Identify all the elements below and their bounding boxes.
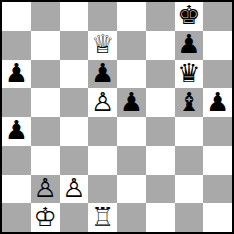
square-b2[interactable]: ♙ — [31, 175, 60, 204]
square-e4[interactable] — [117, 117, 146, 146]
square-h3[interactable] — [203, 146, 232, 175]
square-g8[interactable]: ♚ — [175, 2, 204, 31]
square-e8[interactable] — [117, 2, 146, 31]
square-c7[interactable] — [60, 31, 89, 60]
chess-diagram: ♚♕♟♟♟♛♙♟♝♟♟♙♙♔♖ — [0, 0, 234, 234]
square-b1[interactable]: ♔ — [31, 203, 60, 232]
white-pawn-b2: ♙ — [33, 175, 56, 201]
square-d1[interactable]: ♖ — [88, 203, 117, 232]
square-g3[interactable] — [175, 146, 204, 175]
square-c5[interactable] — [60, 88, 89, 117]
square-d3[interactable] — [88, 146, 117, 175]
square-d2[interactable] — [88, 175, 117, 204]
square-d7[interactable]: ♕ — [88, 31, 117, 60]
square-a3[interactable] — [2, 146, 31, 175]
black-queen-g6: ♛ — [177, 60, 200, 86]
square-c3[interactable] — [60, 146, 89, 175]
square-b7[interactable] — [31, 31, 60, 60]
square-h7[interactable] — [203, 31, 232, 60]
square-h8[interactable] — [203, 2, 232, 31]
square-g4[interactable] — [175, 117, 204, 146]
square-f6[interactable] — [146, 60, 175, 89]
square-g1[interactable] — [175, 203, 204, 232]
square-f8[interactable] — [146, 2, 175, 31]
black-pawn-h5: ♟ — [206, 89, 229, 115]
square-a1[interactable] — [2, 203, 31, 232]
square-f4[interactable] — [146, 117, 175, 146]
square-d4[interactable] — [88, 117, 117, 146]
square-a5[interactable] — [2, 88, 31, 117]
square-a2[interactable] — [2, 175, 31, 204]
white-pawn-c2: ♙ — [62, 175, 85, 201]
square-a6[interactable]: ♟ — [2, 60, 31, 89]
white-king-b1: ♔ — [33, 204, 56, 230]
square-g5[interactable]: ♝ — [175, 88, 204, 117]
square-e6[interactable] — [117, 60, 146, 89]
square-a4[interactable]: ♟ — [2, 117, 31, 146]
black-pawn-a4: ♟ — [5, 117, 28, 143]
square-f2[interactable] — [146, 175, 175, 204]
square-b8[interactable] — [31, 2, 60, 31]
square-g7[interactable]: ♟ — [175, 31, 204, 60]
square-g6[interactable]: ♛ — [175, 60, 204, 89]
black-bishop-g5: ♝ — [177, 89, 200, 115]
square-e7[interactable] — [117, 31, 146, 60]
square-b4[interactable] — [31, 117, 60, 146]
square-c1[interactable] — [60, 203, 89, 232]
square-d8[interactable] — [88, 2, 117, 31]
square-h6[interactable] — [203, 60, 232, 89]
square-c4[interactable] — [60, 117, 89, 146]
square-f1[interactable] — [146, 203, 175, 232]
white-queen-d7: ♕ — [91, 31, 114, 57]
square-a8[interactable] — [2, 2, 31, 31]
square-g2[interactable] — [175, 175, 204, 204]
square-c6[interactable] — [60, 60, 89, 89]
square-h4[interactable] — [203, 117, 232, 146]
square-b6[interactable] — [31, 60, 60, 89]
square-h2[interactable] — [203, 175, 232, 204]
square-d5[interactable]: ♙ — [88, 88, 117, 117]
black-pawn-e5: ♟ — [120, 89, 143, 115]
black-pawn-g7: ♟ — [177, 31, 200, 57]
square-c2[interactable]: ♙ — [60, 175, 89, 204]
black-pawn-a6: ♟ — [5, 60, 28, 86]
square-f7[interactable] — [146, 31, 175, 60]
square-h5[interactable]: ♟ — [203, 88, 232, 117]
square-f5[interactable] — [146, 88, 175, 117]
black-king-g8: ♚ — [177, 2, 200, 28]
square-e5[interactable]: ♟ — [117, 88, 146, 117]
square-b3[interactable] — [31, 146, 60, 175]
square-c8[interactable] — [60, 2, 89, 31]
square-e3[interactable] — [117, 146, 146, 175]
square-a7[interactable] — [2, 31, 31, 60]
square-e1[interactable] — [117, 203, 146, 232]
square-d6[interactable]: ♟ — [88, 60, 117, 89]
white-pawn-d5: ♙ — [91, 89, 114, 115]
black-pawn-d6: ♟ — [91, 60, 114, 86]
chess-board: ♚♕♟♟♟♛♙♟♝♟♟♙♙♔♖ — [0, 0, 234, 234]
white-rook-d1: ♖ — [91, 204, 114, 230]
square-e2[interactable] — [117, 175, 146, 204]
square-b5[interactable] — [31, 88, 60, 117]
square-h1[interactable] — [203, 203, 232, 232]
square-f3[interactable] — [146, 146, 175, 175]
